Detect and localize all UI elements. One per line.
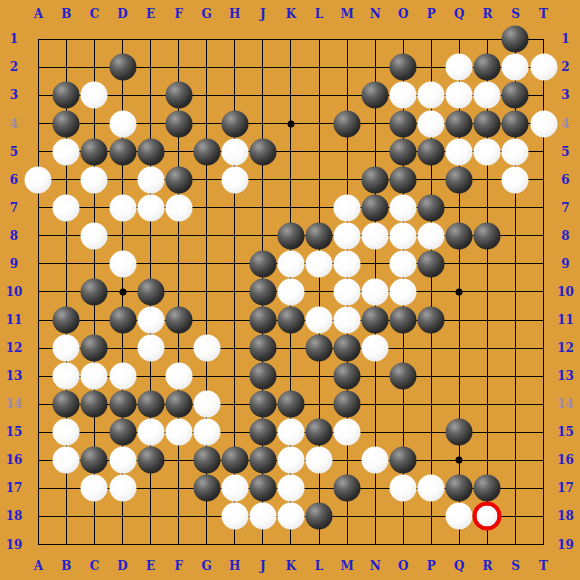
- column-label-bottom-G: G: [202, 559, 212, 573]
- row-label-right-13: 13: [557, 369, 574, 383]
- stone-D2[interactable]: [109, 54, 136, 81]
- stone-S3[interactable]: [502, 82, 529, 109]
- stone-S1[interactable]: [502, 26, 529, 53]
- column-label-top-D: D: [117, 7, 127, 21]
- stone-H5[interactable]: [221, 138, 248, 165]
- stone-N7[interactable]: [362, 194, 389, 221]
- row-label-right-1: 1: [561, 32, 569, 46]
- stone-H6[interactable]: [221, 166, 248, 193]
- stone-G12[interactable]: [193, 335, 220, 362]
- row-label-right-12: 12: [557, 341, 574, 355]
- column-label-bottom-F: F: [174, 559, 183, 573]
- row-label-right-11: 11: [557, 313, 574, 327]
- stone-Q5[interactable]: [446, 138, 473, 165]
- stone-F7[interactable]: [165, 194, 192, 221]
- column-label-top-K: K: [286, 7, 296, 21]
- stone-F11[interactable]: [165, 307, 192, 334]
- stone-P8[interactable]: [418, 222, 445, 249]
- row-label-left-8: 8: [10, 229, 18, 243]
- stone-O8[interactable]: [390, 222, 417, 249]
- stone-G16[interactable]: [193, 447, 220, 474]
- stone-M4[interactable]: [334, 110, 361, 137]
- stone-K15[interactable]: [277, 419, 304, 446]
- stone-J10[interactable]: [249, 278, 276, 305]
- stone-F13[interactable]: [165, 363, 192, 390]
- stone-R3[interactable]: [474, 82, 501, 109]
- stone-J16[interactable]: [249, 447, 276, 474]
- column-label-top-G: G: [202, 7, 212, 21]
- stone-F3[interactable]: [165, 82, 192, 109]
- row-label-left-18: 18: [6, 509, 23, 523]
- column-label-top-S: S: [511, 7, 520, 21]
- row-label-left-7: 7: [10, 201, 18, 215]
- stone-H16[interactable]: [221, 447, 248, 474]
- stone-D14[interactable]: [109, 391, 136, 418]
- stone-K14[interactable]: [277, 391, 304, 418]
- stone-G17[interactable]: [193, 475, 220, 502]
- column-label-bottom-K: K: [286, 559, 296, 573]
- column-label-top-L: L: [315, 7, 323, 21]
- stone-C10[interactable]: [81, 278, 108, 305]
- stone-M12[interactable]: [334, 335, 361, 362]
- stone-L16[interactable]: [306, 447, 333, 474]
- column-label-top-N: N: [370, 7, 381, 21]
- stone-P5[interactable]: [418, 138, 445, 165]
- stone-D13[interactable]: [109, 363, 136, 390]
- last-move-stone-R18[interactable]: [473, 502, 502, 531]
- stone-O10[interactable]: [390, 278, 417, 305]
- column-label-bottom-E: E: [146, 559, 155, 573]
- stone-J13[interactable]: [249, 363, 276, 390]
- stone-C12[interactable]: [81, 335, 108, 362]
- row-label-left-1: 1: [10, 32, 18, 46]
- stone-N8[interactable]: [362, 222, 389, 249]
- stone-S2[interactable]: [502, 54, 529, 81]
- stone-R17[interactable]: [474, 475, 501, 502]
- row-label-left-11: 11: [6, 313, 23, 327]
- stone-K9[interactable]: [277, 250, 304, 277]
- column-label-bottom-N: N: [370, 559, 381, 573]
- column-label-top-H: H: [229, 7, 240, 21]
- stone-J15[interactable]: [249, 419, 276, 446]
- stone-D4[interactable]: [109, 110, 136, 137]
- column-label-top-O: O: [398, 7, 408, 21]
- stone-R5[interactable]: [474, 138, 501, 165]
- stone-D5[interactable]: [109, 138, 136, 165]
- stone-M14[interactable]: [334, 391, 361, 418]
- stone-Q4[interactable]: [446, 110, 473, 137]
- stone-H4[interactable]: [221, 110, 248, 137]
- stone-E6[interactable]: [137, 166, 164, 193]
- row-label-left-4: 4: [10, 117, 18, 131]
- stone-R2[interactable]: [474, 54, 501, 81]
- stone-T2[interactable]: [530, 54, 557, 81]
- row-label-right-6: 6: [561, 173, 569, 187]
- stone-O3[interactable]: [390, 82, 417, 109]
- column-label-bottom-O: O: [398, 559, 408, 573]
- row-label-left-19: 19: [6, 538, 23, 552]
- stone-C17[interactable]: [81, 475, 108, 502]
- stone-O2[interactable]: [390, 54, 417, 81]
- stone-H18[interactable]: [221, 503, 248, 530]
- stone-C14[interactable]: [81, 391, 108, 418]
- stone-R8[interactable]: [474, 222, 501, 249]
- column-label-bottom-C: C: [90, 559, 100, 573]
- stone-Q18[interactable]: [446, 503, 473, 530]
- stone-O13[interactable]: [390, 363, 417, 390]
- stone-L15[interactable]: [306, 419, 333, 446]
- column-label-bottom-H: H: [229, 559, 240, 573]
- stone-N11[interactable]: [362, 307, 389, 334]
- row-label-right-16: 16: [557, 453, 574, 467]
- go-board[interactable]: AABBCCDDEEFFGGHHJJKKLLMMNNOOPPQQRRSSTT11…: [0, 0, 580, 580]
- stone-K17[interactable]: [277, 475, 304, 502]
- stone-C13[interactable]: [81, 363, 108, 390]
- stone-O9[interactable]: [390, 250, 417, 277]
- column-label-top-E: E: [146, 7, 155, 21]
- stone-B13[interactable]: [53, 363, 80, 390]
- column-label-top-P: P: [427, 7, 436, 21]
- stone-M13[interactable]: [334, 363, 361, 390]
- stone-L11[interactable]: [306, 307, 333, 334]
- row-label-left-12: 12: [6, 341, 23, 355]
- stone-K10[interactable]: [277, 278, 304, 305]
- stone-N3[interactable]: [362, 82, 389, 109]
- stone-G15[interactable]: [193, 419, 220, 446]
- stone-K8[interactable]: [277, 222, 304, 249]
- stone-N6[interactable]: [362, 166, 389, 193]
- stone-C8[interactable]: [81, 222, 108, 249]
- stone-F4[interactable]: [165, 110, 192, 137]
- column-label-top-M: M: [340, 7, 353, 21]
- stone-J17[interactable]: [249, 475, 276, 502]
- row-label-left-15: 15: [6, 425, 23, 439]
- stone-Q15[interactable]: [446, 419, 473, 446]
- stone-M7[interactable]: [334, 194, 361, 221]
- stone-S5[interactable]: [502, 138, 529, 165]
- row-label-left-10: 10: [6, 285, 23, 299]
- stone-L18[interactable]: [306, 503, 333, 530]
- stone-T4[interactable]: [530, 110, 557, 137]
- stone-S6[interactable]: [502, 166, 529, 193]
- stone-E5[interactable]: [137, 138, 164, 165]
- stone-B3[interactable]: [53, 82, 80, 109]
- stone-B14[interactable]: [53, 391, 80, 418]
- column-label-top-F: F: [174, 7, 183, 21]
- column-label-bottom-L: L: [315, 559, 323, 573]
- stone-P4[interactable]: [418, 110, 445, 137]
- stone-P7[interactable]: [418, 194, 445, 221]
- row-label-right-9: 9: [561, 257, 569, 271]
- row-label-left-3: 3: [10, 88, 18, 102]
- stone-M8[interactable]: [334, 222, 361, 249]
- stone-E14[interactable]: [137, 391, 164, 418]
- column-label-bottom-Q: Q: [454, 559, 464, 573]
- row-label-left-5: 5: [10, 145, 18, 159]
- stone-L8[interactable]: [306, 222, 333, 249]
- stone-C3[interactable]: [81, 82, 108, 109]
- stone-B16[interactable]: [53, 447, 80, 474]
- stone-B7[interactable]: [53, 194, 80, 221]
- row-label-right-14: 14: [557, 397, 574, 411]
- stone-Q8[interactable]: [446, 222, 473, 249]
- column-label-bottom-A: A: [34, 559, 43, 573]
- stone-F6[interactable]: [165, 166, 192, 193]
- stone-M17[interactable]: [334, 475, 361, 502]
- stone-O17[interactable]: [390, 475, 417, 502]
- row-label-right-19: 19: [557, 538, 574, 552]
- stone-E15[interactable]: [137, 419, 164, 446]
- stone-R4[interactable]: [474, 110, 501, 137]
- column-label-top-J: J: [260, 7, 266, 21]
- stone-C16[interactable]: [81, 447, 108, 474]
- row-label-right-15: 15: [557, 425, 574, 439]
- stone-P3[interactable]: [418, 82, 445, 109]
- stone-M10[interactable]: [334, 278, 361, 305]
- column-label-bottom-R: R: [482, 559, 492, 573]
- stone-B15[interactable]: [53, 419, 80, 446]
- stone-O4[interactable]: [390, 110, 417, 137]
- stone-Q3[interactable]: [446, 82, 473, 109]
- stone-O7[interactable]: [390, 194, 417, 221]
- stone-K11[interactable]: [277, 307, 304, 334]
- column-label-top-B: B: [61, 7, 71, 21]
- column-label-bottom-J: J: [260, 559, 266, 573]
- stone-B12[interactable]: [53, 335, 80, 362]
- column-label-bottom-M: M: [340, 559, 353, 573]
- stone-O6[interactable]: [390, 166, 417, 193]
- column-label-bottom-T: T: [539, 559, 548, 573]
- stone-K16[interactable]: [277, 447, 304, 474]
- stone-P11[interactable]: [418, 307, 445, 334]
- stone-P9[interactable]: [418, 250, 445, 277]
- row-label-left-16: 16: [6, 453, 23, 467]
- stone-N10[interactable]: [362, 278, 389, 305]
- star-point-D10: [119, 288, 126, 295]
- stone-M11[interactable]: [334, 307, 361, 334]
- stone-S4[interactable]: [502, 110, 529, 137]
- grid-line-horizontal: [38, 348, 544, 349]
- stone-A6[interactable]: [25, 166, 52, 193]
- stone-L9[interactable]: [306, 250, 333, 277]
- stone-N12[interactable]: [362, 335, 389, 362]
- stone-C5[interactable]: [81, 138, 108, 165]
- stone-B11[interactable]: [53, 307, 80, 334]
- stone-E12[interactable]: [137, 335, 164, 362]
- star-point-K4: [287, 120, 294, 127]
- stone-D16[interactable]: [109, 447, 136, 474]
- column-label-top-Q: Q: [454, 7, 464, 21]
- stone-J14[interactable]: [249, 391, 276, 418]
- stone-D7[interactable]: [109, 194, 136, 221]
- stone-D9[interactable]: [109, 250, 136, 277]
- row-label-left-14: 14: [6, 397, 23, 411]
- row-label-left-9: 9: [10, 257, 18, 271]
- row-label-right-7: 7: [561, 201, 569, 215]
- column-label-bottom-P: P: [427, 559, 436, 573]
- row-label-right-17: 17: [557, 481, 574, 495]
- stone-J11[interactable]: [249, 307, 276, 334]
- row-label-left-13: 13: [6, 369, 23, 383]
- column-label-top-T: T: [539, 7, 548, 21]
- stone-O11[interactable]: [390, 307, 417, 334]
- row-label-right-10: 10: [557, 285, 574, 299]
- row-label-right-3: 3: [561, 88, 569, 102]
- column-label-bottom-D: D: [117, 559, 127, 573]
- column-label-top-A: A: [34, 7, 43, 21]
- stone-O5[interactable]: [390, 138, 417, 165]
- stone-E10[interactable]: [137, 278, 164, 305]
- grid-line-horizontal: [38, 544, 544, 545]
- stone-D11[interactable]: [109, 307, 136, 334]
- stone-N16[interactable]: [362, 447, 389, 474]
- stone-C6[interactable]: [81, 166, 108, 193]
- column-label-top-C: C: [90, 7, 100, 21]
- stone-Q2[interactable]: [446, 54, 473, 81]
- stone-Q6[interactable]: [446, 166, 473, 193]
- stone-J9[interactable]: [249, 250, 276, 277]
- stone-G14[interactable]: [193, 391, 220, 418]
- stone-G5[interactable]: [193, 138, 220, 165]
- stone-J18[interactable]: [249, 503, 276, 530]
- stone-F15[interactable]: [165, 419, 192, 446]
- row-label-right-18: 18: [557, 509, 574, 523]
- stone-J5[interactable]: [249, 138, 276, 165]
- stone-P17[interactable]: [418, 475, 445, 502]
- stone-K18[interactable]: [277, 503, 304, 530]
- stone-F14[interactable]: [165, 391, 192, 418]
- column-label-bottom-S: S: [511, 559, 520, 573]
- star-point-Q16: [456, 457, 463, 464]
- stone-M15[interactable]: [334, 419, 361, 446]
- stone-J12[interactable]: [249, 335, 276, 362]
- stone-M9[interactable]: [334, 250, 361, 277]
- column-label-top-R: R: [482, 7, 492, 21]
- stone-E11[interactable]: [137, 307, 164, 334]
- column-label-bottom-B: B: [61, 559, 71, 573]
- row-label-right-4: 4: [561, 117, 569, 131]
- stone-Q17[interactable]: [446, 475, 473, 502]
- stone-D17[interactable]: [109, 475, 136, 502]
- stone-B5[interactable]: [53, 138, 80, 165]
- row-label-right-5: 5: [561, 145, 569, 159]
- row-label-right-8: 8: [561, 229, 569, 243]
- stone-E16[interactable]: [137, 447, 164, 474]
- row-label-left-17: 17: [6, 481, 23, 495]
- stone-E7[interactable]: [137, 194, 164, 221]
- stone-B4[interactable]: [53, 110, 80, 137]
- row-label-left-6: 6: [10, 173, 18, 187]
- stone-L12[interactable]: [306, 335, 333, 362]
- stone-O16[interactable]: [390, 447, 417, 474]
- star-point-Q10: [456, 288, 463, 295]
- stone-H17[interactable]: [221, 475, 248, 502]
- row-label-left-2: 2: [10, 60, 18, 74]
- row-label-right-2: 2: [561, 60, 569, 74]
- stone-D15[interactable]: [109, 419, 136, 446]
